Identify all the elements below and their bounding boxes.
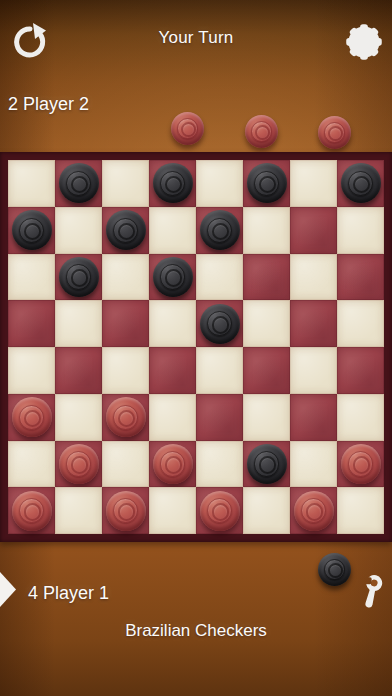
black-checker-piece[interactable] (247, 163, 287, 203)
board-square[interactable] (8, 441, 55, 488)
captured-red-tray (171, 112, 351, 145)
red-checker-piece[interactable] (294, 491, 334, 531)
game-variant-title: Brazilian Checkers (0, 621, 392, 641)
board-square[interactable] (196, 300, 243, 347)
board-square[interactable] (196, 441, 243, 488)
board[interactable] (8, 160, 384, 534)
board-square[interactable] (149, 300, 196, 347)
red-checker-piece[interactable] (12, 397, 52, 437)
board-square[interactable] (337, 207, 384, 254)
black-checker-piece[interactable] (106, 210, 146, 250)
black-checker-piece[interactable] (59, 163, 99, 203)
black-checker-piece[interactable] (153, 257, 193, 297)
board-square[interactable] (243, 441, 290, 488)
tools-button[interactable] (360, 574, 386, 610)
board-square[interactable] (8, 300, 55, 347)
board-square[interactable] (8, 254, 55, 301)
board-square[interactable] (290, 441, 337, 488)
board-square[interactable] (8, 207, 55, 254)
board-square[interactable] (290, 254, 337, 301)
board-square[interactable] (55, 300, 102, 347)
board-square[interactable] (337, 441, 384, 488)
board-square[interactable] (149, 254, 196, 301)
black-checker-piece[interactable] (341, 163, 381, 203)
board-square[interactable] (102, 254, 149, 301)
board-square[interactable] (243, 207, 290, 254)
app-screen: Your Turn 2 Player 2 4 Player 1 (0, 0, 392, 696)
board-square[interactable] (243, 254, 290, 301)
board-square[interactable] (243, 347, 290, 394)
board-square[interactable] (149, 441, 196, 488)
board-square[interactable] (196, 487, 243, 534)
board-square[interactable] (102, 441, 149, 488)
settings-button[interactable] (344, 22, 384, 62)
board-square[interactable] (196, 394, 243, 441)
board-square[interactable] (290, 160, 337, 207)
board-square[interactable] (196, 347, 243, 394)
board-square[interactable] (337, 347, 384, 394)
board-square[interactable] (337, 487, 384, 534)
board-square[interactable] (337, 394, 384, 441)
board-square[interactable] (8, 394, 55, 441)
red-checker-piece[interactable] (341, 444, 381, 484)
player2-label: 2 Player 2 (8, 94, 89, 115)
captured-red-piece (171, 112, 204, 145)
wrench-icon (360, 574, 386, 610)
board-square[interactable] (149, 160, 196, 207)
gear-icon (344, 22, 384, 62)
black-checker-piece[interactable] (59, 257, 99, 297)
turn-indicator-triangle (0, 572, 16, 607)
board-square[interactable] (149, 347, 196, 394)
red-checker-piece[interactable] (153, 444, 193, 484)
board-square[interactable] (337, 160, 384, 207)
board-square[interactable] (337, 254, 384, 301)
board-square[interactable] (102, 207, 149, 254)
black-checker-piece[interactable] (12, 210, 52, 250)
board-square[interactable] (290, 487, 337, 534)
status-title: Your Turn (0, 28, 392, 48)
black-checker-piece[interactable] (200, 210, 240, 250)
captured-black-piece (318, 553, 351, 586)
board-square[interactable] (55, 347, 102, 394)
board-square[interactable] (102, 347, 149, 394)
black-checker-piece[interactable] (153, 163, 193, 203)
board-square[interactable] (243, 487, 290, 534)
red-checker-piece[interactable] (59, 444, 99, 484)
board-square[interactable] (8, 487, 55, 534)
captured-black-tray (318, 553, 351, 586)
board-square[interactable] (290, 300, 337, 347)
board-square[interactable] (149, 207, 196, 254)
board-square[interactable] (55, 254, 102, 301)
board-square[interactable] (102, 394, 149, 441)
board-square[interactable] (55, 207, 102, 254)
captured-red-piece (245, 115, 278, 148)
board-square[interactable] (102, 300, 149, 347)
board-square[interactable] (196, 207, 243, 254)
board-square[interactable] (102, 487, 149, 534)
board-square[interactable] (55, 487, 102, 534)
board-square[interactable] (290, 347, 337, 394)
board-square[interactable] (243, 394, 290, 441)
board-square[interactable] (149, 394, 196, 441)
black-checker-piece[interactable] (200, 304, 240, 344)
board-square[interactable] (102, 160, 149, 207)
red-checker-piece[interactable] (12, 491, 52, 531)
board-square[interactable] (149, 487, 196, 534)
player1-label: 4 Player 1 (28, 583, 109, 604)
board-square[interactable] (196, 160, 243, 207)
board-square[interactable] (290, 394, 337, 441)
black-checker-piece[interactable] (247, 444, 287, 484)
captured-red-piece (318, 116, 351, 149)
board-square[interactable] (243, 160, 290, 207)
board-square[interactable] (337, 300, 384, 347)
board-square[interactable] (55, 394, 102, 441)
board-square[interactable] (55, 441, 102, 488)
red-checker-piece[interactable] (106, 397, 146, 437)
board-frame (0, 152, 392, 542)
board-square[interactable] (196, 254, 243, 301)
red-checker-piece[interactable] (106, 491, 146, 531)
red-checker-piece[interactable] (200, 491, 240, 531)
board-square[interactable] (290, 207, 337, 254)
board-square[interactable] (8, 347, 55, 394)
board-square[interactable] (8, 160, 55, 207)
board-square[interactable] (55, 160, 102, 207)
board-square[interactable] (243, 300, 290, 347)
